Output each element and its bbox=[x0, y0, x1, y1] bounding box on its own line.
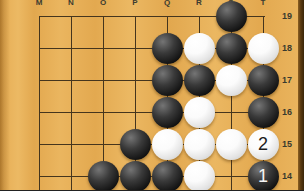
intersection-N15[interactable] bbox=[55, 128, 87, 160]
move-number-1: 1 bbox=[258, 167, 268, 185]
row-label-14: 14 bbox=[282, 160, 300, 190]
white-stone-R18[interactable] bbox=[184, 33, 215, 64]
intersection-M18[interactable] bbox=[23, 32, 55, 64]
intersection-R14[interactable] bbox=[183, 160, 215, 190]
intersection-S16[interactable] bbox=[215, 96, 247, 128]
intersection-T17[interactable] bbox=[247, 64, 279, 96]
white-stone-Q15[interactable] bbox=[152, 129, 183, 160]
intersection-P15[interactable] bbox=[119, 128, 151, 160]
row-labels: 191817161514 bbox=[282, 0, 300, 190]
intersection-M19[interactable] bbox=[23, 0, 55, 32]
intersection-S15[interactable] bbox=[215, 128, 247, 160]
intersection-R17[interactable] bbox=[183, 64, 215, 96]
black-stone-R17[interactable] bbox=[184, 65, 215, 96]
intersection-S17[interactable] bbox=[215, 64, 247, 96]
intersection-P16[interactable] bbox=[119, 96, 151, 128]
black-stone-P14[interactable] bbox=[120, 161, 151, 191]
white-stone-S17[interactable] bbox=[216, 65, 247, 96]
intersection-R19[interactable] bbox=[183, 0, 215, 32]
black-stone-T16[interactable] bbox=[248, 97, 279, 128]
row-label-16: 16 bbox=[282, 96, 300, 128]
black-stone-T17[interactable] bbox=[248, 65, 279, 96]
row-label-19: 19 bbox=[282, 0, 300, 32]
black-stone-O14[interactable] bbox=[88, 161, 119, 191]
intersection-Q15[interactable] bbox=[151, 128, 183, 160]
white-stone-R15[interactable] bbox=[184, 129, 215, 160]
intersection-S18[interactable] bbox=[215, 32, 247, 64]
go-board-screen: MNOPQRST 191817161514 21 bbox=[0, 0, 304, 190]
black-stone-Q16[interactable] bbox=[152, 97, 183, 128]
intersection-N16[interactable] bbox=[55, 96, 87, 128]
black-stone-Q14[interactable] bbox=[152, 161, 183, 191]
intersection-P17[interactable] bbox=[119, 64, 151, 96]
intersection-N19[interactable] bbox=[55, 0, 87, 32]
intersection-T18[interactable] bbox=[247, 32, 279, 64]
intersection-Q17[interactable] bbox=[151, 64, 183, 96]
intersection-N17[interactable] bbox=[55, 64, 87, 96]
intersection-M15[interactable] bbox=[23, 128, 55, 160]
intersection-T19[interactable] bbox=[247, 0, 279, 32]
black-stone-T14[interactable]: 1 bbox=[248, 161, 279, 191]
intersection-R18[interactable] bbox=[183, 32, 215, 64]
black-stone-P15[interactable] bbox=[120, 129, 151, 160]
black-stone-S19[interactable] bbox=[216, 1, 247, 32]
intersection-O15[interactable] bbox=[87, 128, 119, 160]
intersection-R16[interactable] bbox=[183, 96, 215, 128]
row-label-18: 18 bbox=[282, 32, 300, 64]
intersection-P18[interactable] bbox=[119, 32, 151, 64]
black-stone-Q17[interactable] bbox=[152, 65, 183, 96]
intersection-Q14[interactable] bbox=[151, 160, 183, 190]
intersection-T15[interactable]: 2 bbox=[247, 128, 279, 160]
black-stone-S18[interactable] bbox=[216, 33, 247, 64]
intersection-N14[interactable] bbox=[55, 160, 87, 190]
intersection-P19[interactable] bbox=[119, 0, 151, 32]
intersection-S14[interactable] bbox=[215, 160, 247, 190]
row-label-15: 15 bbox=[282, 128, 300, 160]
white-stone-T15[interactable]: 2 bbox=[248, 129, 279, 160]
intersection-O17[interactable] bbox=[87, 64, 119, 96]
intersection-M17[interactable] bbox=[23, 64, 55, 96]
intersection-O18[interactable] bbox=[87, 32, 119, 64]
intersection-M16[interactable] bbox=[23, 96, 55, 128]
white-stone-R14[interactable] bbox=[184, 161, 215, 191]
intersection-O19[interactable] bbox=[87, 0, 119, 32]
black-stone-Q18[interactable] bbox=[152, 33, 183, 64]
white-stone-S15[interactable] bbox=[216, 129, 247, 160]
intersection-M14[interactable] bbox=[23, 160, 55, 190]
intersection-T14[interactable]: 1 bbox=[247, 160, 279, 190]
move-number-2: 2 bbox=[258, 135, 268, 153]
intersection-N18[interactable] bbox=[55, 32, 87, 64]
intersection-Q19[interactable] bbox=[151, 0, 183, 32]
white-stone-T18[interactable] bbox=[248, 33, 279, 64]
intersection-P14[interactable] bbox=[119, 160, 151, 190]
intersection-O14[interactable] bbox=[87, 160, 119, 190]
intersection-O16[interactable] bbox=[87, 96, 119, 128]
row-label-17: 17 bbox=[282, 64, 300, 96]
intersection-R15[interactable] bbox=[183, 128, 215, 160]
intersection-Q18[interactable] bbox=[151, 32, 183, 64]
intersection-T16[interactable] bbox=[247, 96, 279, 128]
white-stone-R16[interactable] bbox=[184, 97, 215, 128]
intersection-Q16[interactable] bbox=[151, 96, 183, 128]
intersection-S19[interactable] bbox=[215, 0, 247, 32]
go-board[interactable]: 21 bbox=[23, 0, 279, 190]
